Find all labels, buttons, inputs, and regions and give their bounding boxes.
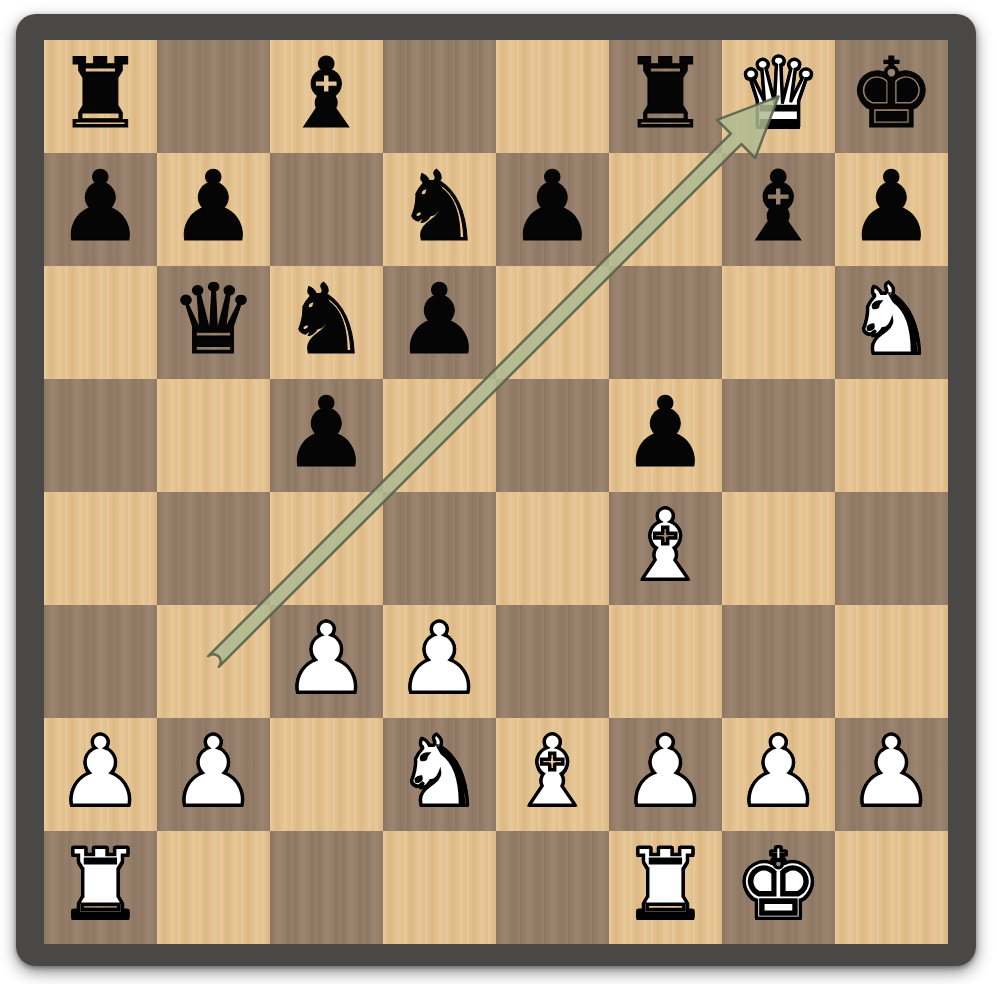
square-h4[interactable] [835,492,948,605]
square-g7[interactable]: ♝ [722,153,835,266]
square-b2[interactable]: ♟ [157,718,270,831]
board: ♜♝♜♛♚♟♟♞♟♝♟♛♞♟♞♟♟♝♟♟♟♟♞♝♟♟♟♜♜♚ [44,40,948,944]
piece-black-rook[interactable]: ♜ [622,37,709,150]
square-b8[interactable] [157,40,270,153]
square-d6[interactable]: ♟ [383,266,496,379]
piece-black-pawn[interactable]: ♟ [170,150,257,263]
square-d3[interactable]: ♟ [383,605,496,718]
square-a7[interactable]: ♟ [44,153,157,266]
square-b5[interactable] [157,379,270,492]
square-b7[interactable]: ♟ [157,153,270,266]
square-g5[interactable] [722,379,835,492]
square-d5[interactable] [383,379,496,492]
square-f8[interactable]: ♜ [609,40,722,153]
piece-white-rook[interactable]: ♜ [57,828,144,941]
square-h1[interactable] [835,831,948,944]
piece-white-knight[interactable]: ♞ [396,715,483,828]
square-c6[interactable]: ♞ [270,266,383,379]
square-e5[interactable] [496,379,609,492]
piece-white-pawn[interactable]: ♟ [622,715,709,828]
square-h5[interactable] [835,379,948,492]
square-e1[interactable] [496,831,609,944]
square-b1[interactable] [157,831,270,944]
piece-black-pawn[interactable]: ♟ [396,263,483,376]
square-a1[interactable]: ♜ [44,831,157,944]
square-h3[interactable] [835,605,948,718]
square-c4[interactable] [270,492,383,605]
square-b4[interactable] [157,492,270,605]
square-f5[interactable]: ♟ [609,379,722,492]
square-b3[interactable] [157,605,270,718]
square-d2[interactable]: ♞ [383,718,496,831]
square-a3[interactable] [44,605,157,718]
square-g4[interactable] [722,492,835,605]
square-e6[interactable] [496,266,609,379]
square-a4[interactable] [44,492,157,605]
square-c5[interactable]: ♟ [270,379,383,492]
square-b6[interactable]: ♛ [157,266,270,379]
piece-black-knight[interactable]: ♞ [396,150,483,263]
piece-black-queen[interactable]: ♛ [170,263,257,376]
square-h6[interactable]: ♞ [835,266,948,379]
square-f3[interactable] [609,605,722,718]
square-c3[interactable]: ♟ [270,605,383,718]
piece-white-bishop[interactable]: ♝ [509,715,596,828]
piece-white-rook[interactable]: ♜ [622,828,709,941]
square-d4[interactable] [383,492,496,605]
piece-white-pawn[interactable]: ♟ [396,602,483,715]
piece-white-pawn[interactable]: ♟ [735,715,822,828]
square-d8[interactable] [383,40,496,153]
square-e8[interactable] [496,40,609,153]
square-d7[interactable]: ♞ [383,153,496,266]
piece-black-pawn[interactable]: ♟ [509,150,596,263]
square-e2[interactable]: ♝ [496,718,609,831]
square-g3[interactable] [722,605,835,718]
piece-black-bishop[interactable]: ♝ [735,150,822,263]
square-f4[interactable]: ♝ [609,492,722,605]
piece-black-pawn[interactable]: ♟ [57,150,144,263]
piece-black-knight[interactable]: ♞ [283,263,370,376]
square-c1[interactable] [270,831,383,944]
piece-white-knight[interactable]: ♞ [848,263,935,376]
piece-white-pawn[interactable]: ♟ [848,715,935,828]
square-a5[interactable] [44,379,157,492]
square-f2[interactable]: ♟ [609,718,722,831]
square-e3[interactable] [496,605,609,718]
piece-black-king[interactable]: ♚ [848,37,935,150]
square-c7[interactable] [270,153,383,266]
square-e7[interactable]: ♟ [496,153,609,266]
square-g6[interactable] [722,266,835,379]
square-f7[interactable] [609,153,722,266]
piece-white-bishop[interactable]: ♝ [622,489,709,602]
board-frame: ♜♝♜♛♚♟♟♞♟♝♟♛♞♟♞♟♟♝♟♟♟♟♞♝♟♟♟♜♜♚ [16,14,976,966]
square-a6[interactable] [44,266,157,379]
square-g1[interactable]: ♚ [722,831,835,944]
square-a8[interactable]: ♜ [44,40,157,153]
square-h7[interactable]: ♟ [835,153,948,266]
piece-white-pawn[interactable]: ♟ [283,602,370,715]
chess-app-stage: ♜♝♜♛♚♟♟♞♟♝♟♛♞♟♞♟♟♝♟♟♟♟♞♝♟♟♟♜♜♚ [0,0,996,984]
piece-white-pawn[interactable]: ♟ [170,715,257,828]
piece-black-pawn[interactable]: ♟ [622,376,709,489]
piece-black-pawn[interactable]: ♟ [848,150,935,263]
square-h8[interactable]: ♚ [835,40,948,153]
piece-black-pawn[interactable]: ♟ [283,376,370,489]
square-e4[interactable] [496,492,609,605]
square-f6[interactable] [609,266,722,379]
square-g2[interactable]: ♟ [722,718,835,831]
piece-black-rook[interactable]: ♜ [57,37,144,150]
piece-white-king[interactable]: ♚ [735,828,822,941]
square-f1[interactable]: ♜ [609,831,722,944]
square-g8[interactable]: ♛ [722,40,835,153]
square-d1[interactable] [383,831,496,944]
square-c2[interactable] [270,718,383,831]
piece-black-bishop[interactable]: ♝ [283,37,370,150]
square-c8[interactable]: ♝ [270,40,383,153]
square-a2[interactable]: ♟ [44,718,157,831]
piece-white-queen[interactable]: ♛ [735,37,822,150]
piece-white-pawn[interactable]: ♟ [57,715,144,828]
square-h2[interactable]: ♟ [835,718,948,831]
